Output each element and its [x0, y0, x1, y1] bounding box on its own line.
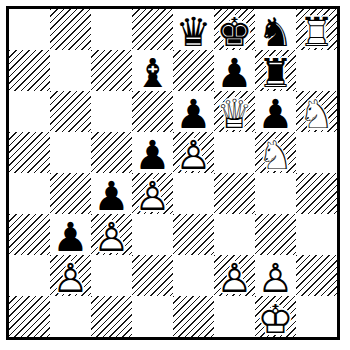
square-d3[interactable]	[132, 214, 173, 255]
chess-board: ♛♛♚♚♞♞♜♖♝♝♟♟♜♜♟♟♛♕♟♟♞♘♟♟♟♙♞♘♟♟♟♙♟♟♟♙♟♙♟♙…	[6, 6, 340, 340]
square-f5[interactable]	[214, 132, 255, 173]
square-b4[interactable]	[50, 173, 91, 214]
square-g3[interactable]	[255, 214, 296, 255]
square-a2[interactable]	[9, 255, 50, 296]
square-e7[interactable]	[173, 50, 214, 91]
piece-glyph: ♘	[255, 134, 296, 175]
piece-black-rook[interactable]: ♜♜	[255, 50, 296, 91]
piece-glyph: ♘	[296, 93, 337, 134]
piece-glyph: ♙	[50, 257, 91, 298]
square-g7[interactable]: ♜♜	[255, 50, 296, 91]
piece-black-knight[interactable]: ♞♞	[255, 9, 296, 50]
piece-glyph: ♕	[214, 93, 255, 134]
square-c1[interactable]	[91, 296, 132, 337]
square-e2[interactable]	[173, 255, 214, 296]
square-f1[interactable]	[214, 296, 255, 337]
piece-glyph: ♙	[132, 175, 173, 216]
piece-black-king[interactable]: ♚♚	[214, 9, 255, 50]
piece-white-pawn[interactable]: ♟♙	[91, 214, 132, 255]
square-h7[interactable]	[296, 50, 337, 91]
piece-black-pawn[interactable]: ♟♟	[173, 91, 214, 132]
square-f7[interactable]: ♟♟	[214, 50, 255, 91]
square-h4[interactable]	[296, 173, 337, 214]
square-c6[interactable]	[91, 91, 132, 132]
piece-black-queen[interactable]: ♛♛	[173, 9, 214, 50]
piece-glyph: ♔	[255, 298, 296, 339]
piece-glyph: ♞	[255, 11, 296, 52]
square-f6[interactable]: ♛♕	[214, 91, 255, 132]
square-c2[interactable]	[91, 255, 132, 296]
piece-white-pawn[interactable]: ♟♙	[132, 173, 173, 214]
square-g5[interactable]: ♞♘	[255, 132, 296, 173]
square-h6[interactable]: ♞♘	[296, 91, 337, 132]
piece-black-pawn[interactable]: ♟♟	[255, 91, 296, 132]
piece-glyph: ♙	[173, 134, 214, 175]
square-b7[interactable]	[50, 50, 91, 91]
square-a5[interactable]	[9, 132, 50, 173]
square-a4[interactable]	[9, 173, 50, 214]
square-e4[interactable]	[173, 173, 214, 214]
square-h8[interactable]: ♜♖	[296, 9, 337, 50]
square-g2[interactable]: ♟♙	[255, 255, 296, 296]
square-g8[interactable]: ♞♞	[255, 9, 296, 50]
piece-glyph: ♟	[50, 216, 91, 257]
piece-glyph: ♟	[255, 93, 296, 134]
square-e1[interactable]	[173, 296, 214, 337]
square-h1[interactable]	[296, 296, 337, 337]
piece-white-pawn[interactable]: ♟♙	[255, 255, 296, 296]
square-g6[interactable]: ♟♟	[255, 91, 296, 132]
square-b2[interactable]: ♟♙	[50, 255, 91, 296]
square-a6[interactable]	[9, 91, 50, 132]
square-a8[interactable]	[9, 9, 50, 50]
piece-white-queen[interactable]: ♛♕	[214, 91, 255, 132]
square-h5[interactable]	[296, 132, 337, 173]
piece-glyph: ♟	[132, 134, 173, 175]
square-d8[interactable]	[132, 9, 173, 50]
square-c8[interactable]	[91, 9, 132, 50]
square-b5[interactable]	[50, 132, 91, 173]
square-e8[interactable]: ♛♛	[173, 9, 214, 50]
piece-glyph: ♝	[132, 52, 173, 93]
piece-white-knight[interactable]: ♞♘	[255, 132, 296, 173]
square-c7[interactable]	[91, 50, 132, 91]
piece-glyph: ♟	[173, 93, 214, 134]
piece-white-pawn[interactable]: ♟♙	[50, 255, 91, 296]
square-a3[interactable]	[9, 214, 50, 255]
square-f8[interactable]: ♚♚	[214, 9, 255, 50]
piece-glyph: ♟	[214, 52, 255, 93]
square-f4[interactable]	[214, 173, 255, 214]
square-g4[interactable]	[255, 173, 296, 214]
piece-glyph: ♛	[173, 11, 214, 52]
piece-black-pawn[interactable]: ♟♟	[132, 132, 173, 173]
square-f3[interactable]	[214, 214, 255, 255]
piece-glyph: ♟	[91, 175, 132, 216]
piece-black-bishop[interactable]: ♝♝	[132, 50, 173, 91]
square-c5[interactable]	[91, 132, 132, 173]
piece-glyph: ♙	[214, 257, 255, 298]
square-a7[interactable]	[9, 50, 50, 91]
piece-black-pawn[interactable]: ♟♟	[50, 214, 91, 255]
piece-white-king[interactable]: ♚♔	[255, 296, 296, 337]
square-d6[interactable]	[132, 91, 173, 132]
piece-black-pawn[interactable]: ♟♟	[214, 50, 255, 91]
square-f2[interactable]: ♟♙	[214, 255, 255, 296]
square-e5[interactable]: ♟♙	[173, 132, 214, 173]
square-e6[interactable]: ♟♟	[173, 91, 214, 132]
piece-glyph: ♙	[91, 216, 132, 257]
square-d5[interactable]: ♟♟	[132, 132, 173, 173]
square-b1[interactable]	[50, 296, 91, 337]
square-c3[interactable]: ♟♙	[91, 214, 132, 255]
piece-white-pawn[interactable]: ♟♙	[214, 255, 255, 296]
square-d7[interactable]: ♝♝	[132, 50, 173, 91]
square-b3[interactable]: ♟♟	[50, 214, 91, 255]
square-b8[interactable]	[50, 9, 91, 50]
piece-glyph: ♙	[255, 257, 296, 298]
square-e3[interactable]	[173, 214, 214, 255]
square-c4[interactable]: ♟♟	[91, 173, 132, 214]
square-d2[interactable]	[132, 255, 173, 296]
piece-black-pawn[interactable]: ♟♟	[91, 173, 132, 214]
square-h3[interactable]	[296, 214, 337, 255]
square-h2[interactable]	[296, 255, 337, 296]
piece-white-pawn[interactable]: ♟♙	[173, 132, 214, 173]
piece-white-rook[interactable]: ♜♖	[296, 9, 337, 50]
square-d4[interactable]: ♟♙	[132, 173, 173, 214]
square-b6[interactable]	[50, 91, 91, 132]
square-a1[interactable]	[9, 296, 50, 337]
piece-glyph: ♚	[214, 11, 255, 52]
piece-glyph: ♜	[255, 52, 296, 93]
piece-white-knight[interactable]: ♞♘	[296, 91, 337, 132]
square-g1[interactable]: ♚♔	[255, 296, 296, 337]
piece-glyph: ♖	[296, 11, 337, 52]
square-d1[interactable]	[132, 296, 173, 337]
